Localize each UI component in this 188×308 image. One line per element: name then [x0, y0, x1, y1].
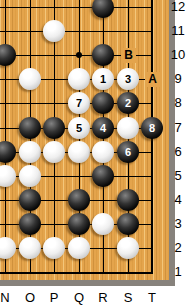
row-label-11: 11 — [169, 22, 187, 40]
move-number-7: 7 — [68, 92, 90, 114]
move-number-8: 8 — [141, 117, 163, 139]
go-diagram-window: BA13725486 121110987654321NOPQRST — [0, 0, 188, 308]
stone-Q3[interactable] — [68, 213, 90, 235]
stone-S4[interactable] — [117, 189, 139, 211]
col-label-Q: Q — [69, 289, 89, 307]
go-board[interactable]: BA13725486 — [0, 0, 169, 280]
row-label-9: 9 — [169, 70, 187, 88]
stone-R7[interactable]: 4 — [92, 117, 114, 139]
row-label-2: 2 — [169, 239, 187, 257]
move-number-5: 5 — [68, 117, 90, 139]
stone-T7[interactable]: 8 — [141, 117, 163, 139]
stone-R9[interactable]: 1 — [92, 68, 114, 90]
stone-R10[interactable] — [92, 44, 114, 66]
stone-R6[interactable] — [92, 141, 114, 163]
stone-O7[interactable] — [19, 117, 41, 139]
stone-S3[interactable] — [117, 213, 139, 235]
row-label-10: 10 — [169, 46, 187, 64]
stone-Q4[interactable] — [68, 189, 90, 211]
grid-line-horizontal-11 — [0, 31, 153, 32]
letter-label-A: A — [145, 72, 160, 87]
move-number-3: 3 — [117, 68, 139, 90]
row-label-4: 4 — [169, 191, 187, 209]
stone-S2[interactable] — [117, 237, 139, 259]
row-label-5: 5 — [169, 167, 187, 185]
col-label-N: N — [0, 289, 15, 307]
stone-Q8[interactable]: 7 — [68, 92, 90, 114]
col-label-R: R — [93, 289, 113, 307]
col-label-S: S — [118, 289, 138, 307]
row-label-6: 6 — [169, 143, 187, 161]
stone-N6[interactable] — [0, 141, 16, 163]
stone-R5[interactable] — [92, 165, 114, 187]
move-number-6: 6 — [117, 141, 139, 163]
move-number-4: 4 — [92, 117, 114, 139]
stone-P7[interactable] — [43, 117, 65, 139]
stone-O5[interactable] — [19, 165, 41, 187]
grid-line-vertical-N — [5, 0, 6, 274]
stone-N2[interactable] — [0, 237, 16, 259]
grid-line-horizontal-12 — [0, 7, 153, 8]
stone-P2[interactable] — [43, 237, 65, 259]
stone-Q6[interactable] — [68, 141, 90, 163]
row-label-3: 3 — [169, 215, 187, 233]
stone-S8[interactable]: 2 — [117, 92, 139, 114]
stone-O3[interactable] — [19, 213, 41, 235]
stone-P6[interactable] — [43, 141, 65, 163]
stone-O4[interactable] — [19, 189, 41, 211]
stone-Q2[interactable] — [68, 237, 90, 259]
stone-Q9[interactable] — [68, 68, 90, 90]
row-label-1: 1 — [169, 263, 187, 281]
row-label-7: 7 — [169, 119, 187, 137]
stone-S7[interactable] — [117, 117, 139, 139]
stone-N5[interactable] — [0, 165, 16, 187]
stone-R3[interactable] — [92, 213, 114, 235]
stone-P11[interactable] — [43, 20, 65, 42]
col-label-T: T — [142, 289, 162, 307]
stone-O9[interactable] — [19, 68, 41, 90]
row-label-8: 8 — [169, 94, 187, 112]
letter-label-B: B — [121, 48, 136, 63]
grid-line-horizontal-1 — [0, 272, 153, 274]
col-label-O: O — [20, 289, 40, 307]
stone-Q7[interactable]: 5 — [68, 117, 90, 139]
stone-O6[interactable] — [19, 141, 41, 163]
star-point-Q10 — [76, 52, 82, 58]
move-number-2: 2 — [117, 92, 139, 114]
move-number-1: 1 — [92, 68, 114, 90]
stone-R8[interactable] — [92, 92, 114, 114]
stone-R12[interactable] — [92, 0, 114, 18]
stone-N10[interactable] — [0, 44, 16, 66]
stone-S6[interactable]: 6 — [117, 141, 139, 163]
row-label-12: 12 — [169, 0, 187, 16]
stone-S9[interactable]: 3 — [117, 68, 139, 90]
col-label-P: P — [44, 289, 64, 307]
stone-O2[interactable] — [19, 237, 41, 259]
